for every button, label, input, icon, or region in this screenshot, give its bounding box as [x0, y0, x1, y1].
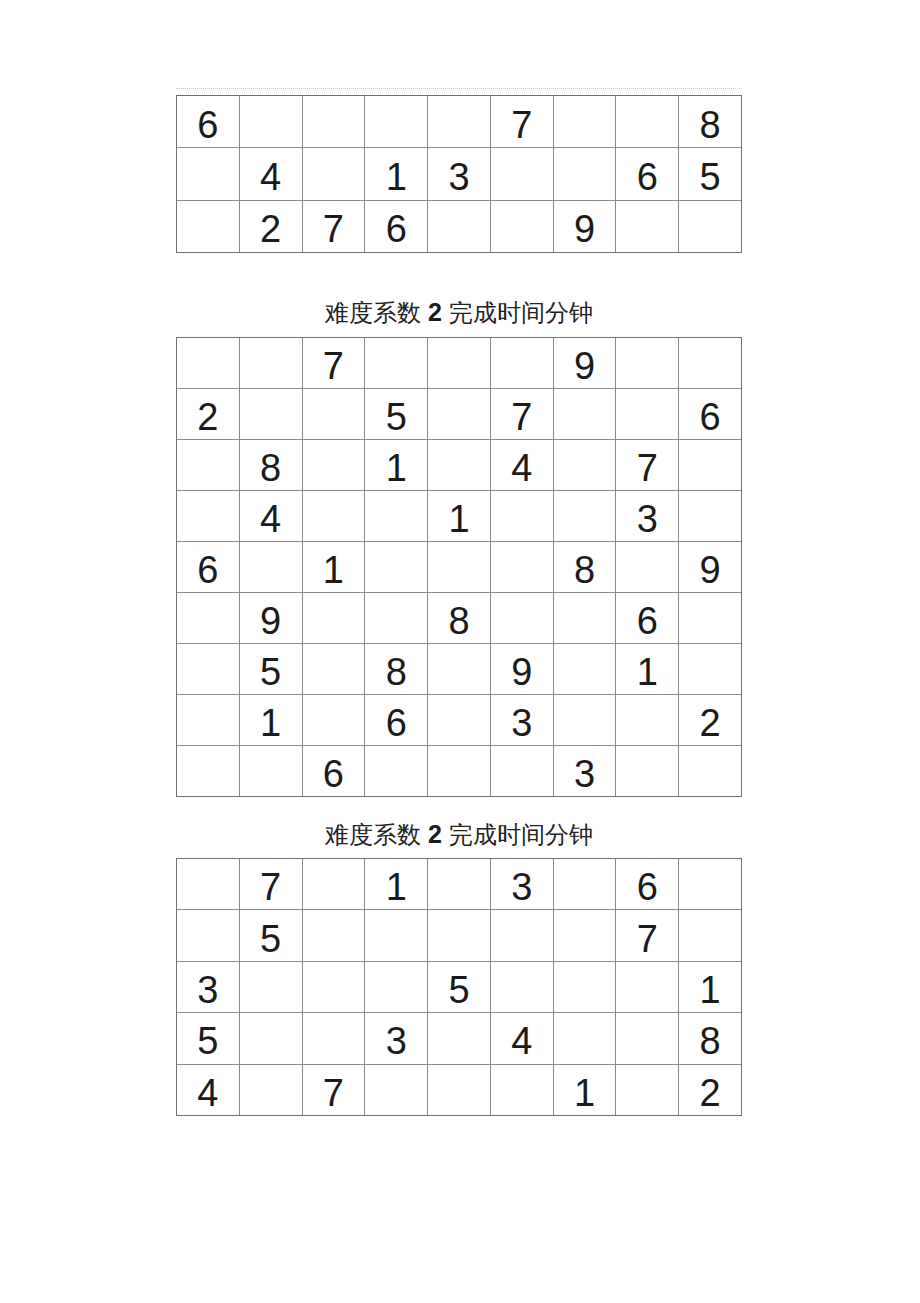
grid-middle-cell-r1c4-empty [365, 338, 427, 388]
grid-middle-cell-r7c1-empty [177, 644, 239, 694]
grid-bottom-partial-cell-r5c1-given-4: 4 [177, 1065, 239, 1115]
grid-middle-cell-r6c4-empty [365, 593, 427, 643]
grid-middle-cell-r2c3-empty [303, 389, 365, 439]
grid-middle-cell-r6c7-empty [554, 593, 616, 643]
grid-middle-cell-r5c5-empty [428, 542, 490, 592]
grid-bottom-partial-cell-r1c8-given-6: 6 [616, 859, 678, 909]
grid-bottom-partial-cell-r3c2-empty [240, 962, 302, 1012]
grid-middle-cell-r1c6-empty [491, 338, 553, 388]
grid-top-partial-cell-r3c5-empty [428, 201, 490, 252]
grid-top-partial-cell-r3c9-empty [679, 201, 741, 252]
grid-bottom-partial-cell-r1c7-empty [554, 859, 616, 909]
grid-bottom-partial-cell-r4c3-empty [303, 1013, 365, 1063]
grid-top-partial-cell-r2c1-empty [177, 148, 239, 199]
grid-middle-cell-r7c2-given-5: 5 [240, 644, 302, 694]
grid-middle-cell-r5c8-empty [616, 542, 678, 592]
grid-bottom-partial-cell-r5c4-empty [365, 1065, 427, 1115]
grid-top-partial-cell-r2c6-empty [491, 148, 553, 199]
grid-middle-cell-r9c9-empty [679, 746, 741, 796]
grid-bottom-partial-cell-r1c3-empty [303, 859, 365, 909]
grid-middle-cell-r4c9-empty [679, 491, 741, 541]
grid-middle-cell-r8c3-empty [303, 695, 365, 745]
sudoku-grid-top-partial: 678413652769 [176, 95, 742, 253]
grid-middle-cell-r1c1-empty [177, 338, 239, 388]
grid-bottom-partial-cell-r3c8-empty [616, 962, 678, 1012]
grid-top-partial-cell-r1c5-empty [428, 96, 490, 147]
grid-bottom-partial-cell-r2c3-empty [303, 910, 365, 960]
grid-bottom-partial-cell-r5c8-empty [616, 1065, 678, 1115]
grid-middle-cell-r6c8-given-6: 6 [616, 593, 678, 643]
grid-top-partial-cell-r2c9-given-5: 5 [679, 148, 741, 199]
grid-middle-cell-r9c3-given-6: 6 [303, 746, 365, 796]
grid-middle-cell-r3c2-given-8: 8 [240, 440, 302, 490]
grid-bottom-partial-cell-r4c1-given-5: 5 [177, 1013, 239, 1063]
grid-middle-cell-r7c6-given-9: 9 [491, 644, 553, 694]
grid-bottom-partial-cell-r2c5-empty [428, 910, 490, 960]
grid-middle-cell-r3c6-given-4: 4 [491, 440, 553, 490]
grid-bottom-partial-cell-r1c9-empty [679, 859, 741, 909]
grid-bottom-partial-cell-r2c4-empty [365, 910, 427, 960]
grid-middle-cell-r6c1-empty [177, 593, 239, 643]
grid-middle-cell-r6c6-empty [491, 593, 553, 643]
grid-bottom-partial-cell-r2c2-given-5: 5 [240, 910, 302, 960]
grid-top-partial-cell-r3c2-given-2: 2 [240, 201, 302, 252]
grid-middle-cell-r7c4-given-8: 8 [365, 644, 427, 694]
grid-middle-cell-r5c9-given-9: 9 [679, 542, 741, 592]
grid-middle-cell-r9c5-empty [428, 746, 490, 796]
grid-middle-cell-r5c3-given-1: 1 [303, 542, 365, 592]
grid-bottom-partial-cell-r1c2-given-7: 7 [240, 859, 302, 909]
title-difficulty-number: 2 [428, 820, 442, 848]
title-prefix: 难度系数 [325, 821, 421, 849]
worksheet-page: 678413652769 难度系数2完成时间分钟 792576814741361… [0, 0, 920, 1303]
sudoku-grid-bottom-partial: 71365735153484712 [176, 858, 742, 1116]
grid-middle-cell-r2c6-given-7: 7 [491, 389, 553, 439]
grid-top-partial-cell-r1c7-empty [554, 96, 616, 147]
grid-middle-cell-r8c6-given-3: 3 [491, 695, 553, 745]
grid-middle-cell-r5c2-empty [240, 542, 302, 592]
grid-bottom-partial-cell-r4c9-given-8: 8 [679, 1013, 741, 1063]
grid-middle-cell-r3c1-empty [177, 440, 239, 490]
grid-title-middle: 难度系数2完成时间分钟 [176, 296, 742, 328]
grid-top-partial-cell-r2c2-given-4: 4 [240, 148, 302, 199]
grid-bottom-partial-cell-r2c9-empty [679, 910, 741, 960]
title-suffix: 完成时间分钟 [449, 299, 593, 327]
grid-middle-cell-r3c7-empty [554, 440, 616, 490]
grid-middle-cell-r5c7-given-8: 8 [554, 542, 616, 592]
grid-bottom-partial-cell-r1c5-empty [428, 859, 490, 909]
grid-middle-cell-r6c3-empty [303, 593, 365, 643]
grid-middle-cell-r1c8-empty [616, 338, 678, 388]
grid-top-partial-cell-r2c3-empty [303, 148, 365, 199]
grid-bottom-partial-cell-r3c9-given-1: 1 [679, 962, 741, 1012]
grid-top-partial-cell-r2c7-empty [554, 148, 616, 199]
grid-middle-cell-r1c7-given-9: 9 [554, 338, 616, 388]
grid-bottom-partial-cell-r4c6-given-4: 4 [491, 1013, 553, 1063]
grid-middle-cell-r8c2-given-1: 1 [240, 695, 302, 745]
grid-middle-cell-r6c9-empty [679, 593, 741, 643]
grid-middle-cell-r7c9-empty [679, 644, 741, 694]
grid-middle-cell-r8c7-empty [554, 695, 616, 745]
grid-middle-cell-r2c4-given-5: 5 [365, 389, 427, 439]
grid-middle-cell-r8c1-empty [177, 695, 239, 745]
grid-middle-cell-r4c8-given-3: 3 [616, 491, 678, 541]
grid-middle-cell-r1c5-empty [428, 338, 490, 388]
grid-middle-cell-r9c2-empty [240, 746, 302, 796]
grid-bottom-partial-cell-r3c4-empty [365, 962, 427, 1012]
grid-bottom-partial-cell-r3c6-empty [491, 962, 553, 1012]
grid-top-partial-cell-r1c1-given-6: 6 [177, 96, 239, 147]
grid-middle-cell-r3c3-empty [303, 440, 365, 490]
grid-bottom-partial-cell-r3c1-given-3: 3 [177, 962, 239, 1012]
grid-top-partial-cell-r3c1-empty [177, 201, 239, 252]
grid-bottom-partial-cell-r5c2-empty [240, 1065, 302, 1115]
grid-middle-cell-r1c2-empty [240, 338, 302, 388]
grid-middle-cell-r2c8-empty [616, 389, 678, 439]
grid-middle-cell-r8c8-empty [616, 695, 678, 745]
grid-bottom-partial-cell-r4c5-empty [428, 1013, 490, 1063]
grid-top-partial-cell-r2c8-given-6: 6 [616, 148, 678, 199]
grid-middle-cell-r4c6-empty [491, 491, 553, 541]
grid-middle-cell-r8c5-empty [428, 695, 490, 745]
grid-middle-cell-r7c5-empty [428, 644, 490, 694]
grid-top-partial-cell-r1c3-empty [303, 96, 365, 147]
grid-top-partial-cell-r2c5-given-3: 3 [428, 148, 490, 199]
grid-middle-cell-r7c7-empty [554, 644, 616, 694]
grid-middle-cell-r4c7-empty [554, 491, 616, 541]
grid-middle-cell-r4c3-empty [303, 491, 365, 541]
grid-middle-cell-r4c4-empty [365, 491, 427, 541]
grid-bottom-partial-cell-r1c4-given-1: 1 [365, 859, 427, 909]
grid-bottom-partial-cell-r2c7-empty [554, 910, 616, 960]
grid-bottom-partial-cell-r4c4-given-3: 3 [365, 1013, 427, 1063]
grid-middle-cell-r1c3-given-7: 7 [303, 338, 365, 388]
grid-middle-cell-r5c6-empty [491, 542, 553, 592]
grid-top-partial-cell-r1c2-empty [240, 96, 302, 147]
grid-middle-cell-r3c5-empty [428, 440, 490, 490]
grid-middle-cell-r7c3-empty [303, 644, 365, 694]
grid-middle-cell-r2c1-given-2: 2 [177, 389, 239, 439]
grid-bottom-partial-cell-r2c6-empty [491, 910, 553, 960]
grid-top-partial-cell-r2c4-given-1: 1 [365, 148, 427, 199]
grid-top-partial-cell-r1c8-empty [616, 96, 678, 147]
grid-bottom-partial-cell-r3c7-empty [554, 962, 616, 1012]
grid-bottom-partial-cell-r4c7-empty [554, 1013, 616, 1063]
grid-bottom-partial-cell-r5c3-given-7: 7 [303, 1065, 365, 1115]
grid-middle-cell-r2c9-given-6: 6 [679, 389, 741, 439]
page-cut-dotted-line [176, 88, 742, 89]
grid-top-partial-cell-r3c6-empty [491, 201, 553, 252]
grid-bottom-partial-cell-r5c9-given-2: 2 [679, 1065, 741, 1115]
grid-middle-cell-r2c5-empty [428, 389, 490, 439]
grid-middle-cell-r6c5-given-8: 8 [428, 593, 490, 643]
grid-bottom-partial-cell-r3c5-given-5: 5 [428, 962, 490, 1012]
grid-middle-cell-r4c1-empty [177, 491, 239, 541]
grid-top-partial-cell-r3c7-given-9: 9 [554, 201, 616, 252]
grid-top-partial-cell-r1c4-empty [365, 96, 427, 147]
grid-middle-cell-r3c8-given-7: 7 [616, 440, 678, 490]
grid-middle-cell-r9c8-empty [616, 746, 678, 796]
grid-middle-cell-r8c4-given-6: 6 [365, 695, 427, 745]
grid-top-partial-cell-r3c8-empty [616, 201, 678, 252]
grid-middle-cell-r4c5-given-1: 1 [428, 491, 490, 541]
grid-middle-cell-r5c1-given-6: 6 [177, 542, 239, 592]
title-suffix: 完成时间分钟 [449, 821, 593, 849]
grid-top-partial-cell-r1c9-given-8: 8 [679, 96, 741, 147]
grid-bottom-partial-cell-r5c7-given-1: 1 [554, 1065, 616, 1115]
grid-middle-cell-r5c4-empty [365, 542, 427, 592]
grid-middle-cell-r2c7-empty [554, 389, 616, 439]
grid-middle-cell-r8c9-given-2: 2 [679, 695, 741, 745]
grid-middle-cell-r9c1-empty [177, 746, 239, 796]
grid-middle-cell-r1c9-empty [679, 338, 741, 388]
grid-middle-cell-r9c7-given-3: 3 [554, 746, 616, 796]
grid-middle-cell-r9c4-empty [365, 746, 427, 796]
grid-middle-cell-r7c8-given-1: 1 [616, 644, 678, 694]
title-difficulty-number: 2 [428, 298, 442, 326]
grid-bottom-partial-cell-r5c5-empty [428, 1065, 490, 1115]
sudoku-grid-middle: 792576814741361899865891163263 [176, 337, 742, 797]
grid-middle-cell-r2c2-empty [240, 389, 302, 439]
grid-bottom-partial-cell-r2c1-empty [177, 910, 239, 960]
grid-middle-cell-r6c2-given-9: 9 [240, 593, 302, 643]
grid-bottom-partial-cell-r4c8-empty [616, 1013, 678, 1063]
grid-bottom-partial-cell-r2c8-given-7: 7 [616, 910, 678, 960]
grid-middle-cell-r3c4-given-1: 1 [365, 440, 427, 490]
grid-bottom-partial-cell-r1c1-empty [177, 859, 239, 909]
grid-title-bottom: 难度系数2完成时间分钟 [176, 818, 742, 850]
grid-middle-cell-r9c6-empty [491, 746, 553, 796]
grid-bottom-partial-cell-r3c3-empty [303, 962, 365, 1012]
grid-top-partial-cell-r1c6-given-7: 7 [491, 96, 553, 147]
grid-middle-cell-r4c2-given-4: 4 [240, 491, 302, 541]
grid-bottom-partial-cell-r5c6-empty [491, 1065, 553, 1115]
grid-top-partial-cell-r3c4-given-6: 6 [365, 201, 427, 252]
grid-top-partial-cell-r3c3-given-7: 7 [303, 201, 365, 252]
grid-bottom-partial-cell-r1c6-given-3: 3 [491, 859, 553, 909]
grid-bottom-partial-cell-r4c2-empty [240, 1013, 302, 1063]
grid-middle-cell-r3c9-empty [679, 440, 741, 490]
title-prefix: 难度系数 [325, 299, 421, 327]
